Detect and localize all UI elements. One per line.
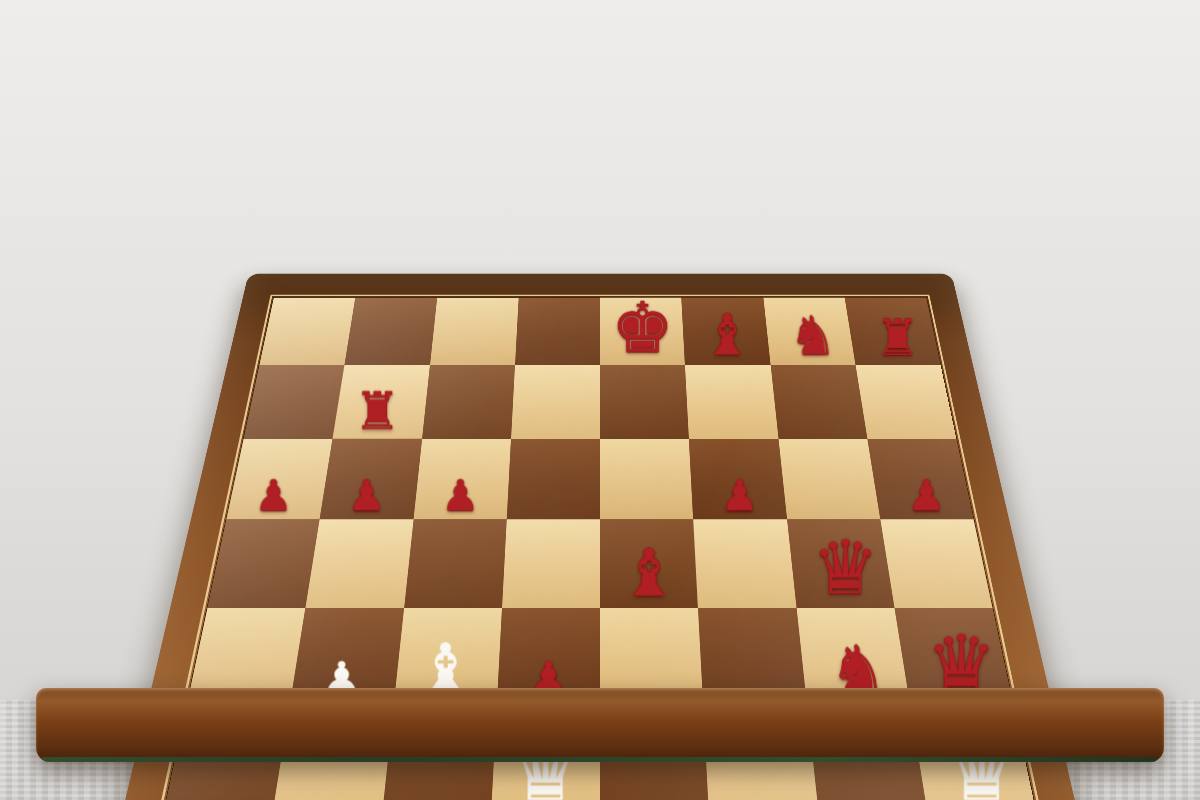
red-pawn-b6[interactable]: ♟	[348, 474, 386, 517]
red-rook-b7[interactable]: ♜	[354, 384, 401, 436]
square-c8[interactable]	[430, 298, 519, 365]
red-king-e8[interactable]: ♚	[611, 293, 674, 363]
square-g8[interactable]: ♞	[763, 298, 855, 365]
square-e6[interactable]	[600, 439, 693, 520]
red-rook-h8[interactable]: ♜	[875, 313, 920, 363]
square-h8[interactable]: ♜	[845, 298, 941, 365]
square-d6[interactable]	[507, 439, 600, 520]
square-b7[interactable]: ♜	[333, 365, 430, 439]
square-a6[interactable]: ♟	[226, 439, 332, 520]
red-bishop-f8[interactable]: ♝	[702, 306, 753, 363]
square-a7[interactable]	[244, 365, 345, 439]
square-h7[interactable]	[855, 365, 956, 439]
square-e5[interactable]: ♝	[600, 519, 698, 608]
red-bishop-e5[interactable]: ♝	[620, 540, 678, 605]
photo-scene: ♚♝♞♜♜♟♟♟♟♟♝♛♟♝♟♞♛♛♛♟♟♟♟♜♞♚♝♞♜	[0, 0, 1200, 800]
board-front-edge	[36, 688, 1164, 762]
square-c7[interactable]	[422, 365, 515, 439]
square-f7[interactable]	[685, 365, 778, 439]
square-c5[interactable]	[404, 519, 507, 608]
square-c6[interactable]: ♟	[413, 439, 511, 520]
red-knight-g8[interactable]: ♞	[788, 309, 836, 363]
square-f6[interactable]: ♟	[689, 439, 787, 520]
square-f8[interactable]: ♝	[682, 298, 771, 365]
red-queen-g5[interactable]: ♛	[812, 531, 879, 606]
square-e7[interactable]	[600, 365, 689, 439]
square-g6[interactable]	[778, 439, 880, 520]
square-g5[interactable]: ♛	[787, 519, 895, 608]
chess-board: ♚♝♞♜♜♟♟♟♟♟♝♛♟♝♟♞♛♛♛♟♟♟♟♜♞♚♝♞♜	[20, 18, 1180, 798]
square-b6[interactable]: ♟	[320, 439, 422, 520]
square-b8[interactable]	[345, 298, 437, 365]
square-f5[interactable]	[693, 519, 796, 608]
square-a5[interactable]	[207, 519, 319, 608]
square-h5[interactable]	[880, 519, 992, 608]
red-pawn-h6[interactable]: ♟	[907, 474, 945, 517]
red-pawn-f6[interactable]: ♟	[721, 474, 759, 517]
square-b5[interactable]	[306, 519, 414, 608]
square-d5[interactable]	[502, 519, 600, 608]
square-d8[interactable]	[515, 298, 600, 365]
square-h6[interactable]: ♟	[867, 439, 973, 520]
red-pawn-a6[interactable]: ♟	[254, 474, 292, 517]
square-g7[interactable]	[770, 365, 867, 439]
square-e8[interactable]: ♚	[600, 298, 685, 365]
square-a8[interactable]	[259, 298, 355, 365]
red-pawn-c6[interactable]: ♟	[441, 474, 479, 517]
square-d7[interactable]	[511, 365, 600, 439]
